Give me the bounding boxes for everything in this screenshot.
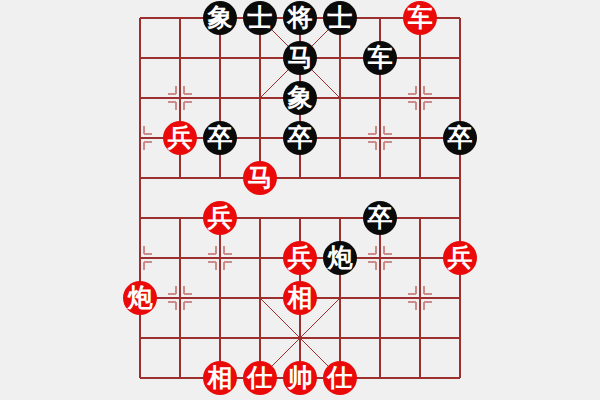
board-cell[interactable] <box>400 158 440 198</box>
board-cell[interactable]: 将 <box>280 0 320 38</box>
board-grid: 象士将士车马车象兵卒卒卒马兵卒兵炮兵炮相相仕帅仕 <box>120 0 480 398</box>
piece-red-cannon[interactable]: 炮 <box>123 281 157 315</box>
board-cell[interactable] <box>240 318 280 358</box>
board-cell[interactable] <box>400 198 440 238</box>
board-cell[interactable] <box>200 278 240 318</box>
board-cell[interactable]: 仕 <box>240 358 280 398</box>
piece-red-soldier[interactable]: 兵 <box>203 201 237 235</box>
board-cell[interactable] <box>440 0 480 38</box>
piece-red-elephant[interactable]: 相 <box>283 281 317 315</box>
board-cell[interactable] <box>320 318 360 358</box>
board-cell[interactable] <box>320 158 360 198</box>
board-cell[interactable] <box>160 198 200 238</box>
board-cell[interactable] <box>160 238 200 278</box>
piece-black-soldier[interactable]: 卒 <box>203 121 237 155</box>
board-cell[interactable]: 车 <box>400 0 440 38</box>
piece-red-soldier[interactable]: 兵 <box>283 241 317 275</box>
board-cell[interactable]: 卒 <box>280 118 320 158</box>
board-cell[interactable] <box>400 318 440 358</box>
board-cell[interactable] <box>400 238 440 278</box>
board-cell[interactable]: 马 <box>240 158 280 198</box>
board-cell[interactable] <box>240 278 280 318</box>
board-cell[interactable] <box>400 38 440 78</box>
xiangqi-board: 象士将士车马车象兵卒卒卒马兵卒兵炮兵炮相相仕帅仕 <box>0 0 600 400</box>
board-cell[interactable] <box>240 78 280 118</box>
board-cell[interactable]: 卒 <box>360 198 400 238</box>
board-cell[interactable]: 象 <box>280 78 320 118</box>
piece-black-soldier[interactable]: 卒 <box>363 201 397 235</box>
piece-red-soldier[interactable]: 兵 <box>443 241 477 275</box>
piece-red-advisor[interactable]: 仕 <box>323 361 357 395</box>
board-cell[interactable] <box>440 318 480 358</box>
board-cell[interactable]: 兵 <box>200 198 240 238</box>
board-cell[interactable] <box>160 358 200 398</box>
board-cell[interactable]: 士 <box>320 0 360 38</box>
board-cell[interactable] <box>360 0 400 38</box>
board-cell[interactable] <box>400 278 440 318</box>
board-cell[interactable] <box>160 158 200 198</box>
board-cell[interactable] <box>120 158 160 198</box>
piece-red-horse[interactable]: 马 <box>243 161 277 195</box>
board-cell[interactable] <box>400 118 440 158</box>
piece-black-horse[interactable]: 马 <box>283 41 317 75</box>
board-cell[interactable] <box>120 0 160 38</box>
piece-black-elephant[interactable]: 象 <box>283 81 317 115</box>
board-cell[interactable] <box>240 238 280 278</box>
piece-black-advisor[interactable]: 士 <box>243 1 277 35</box>
board-cell[interactable] <box>440 198 480 238</box>
board-cell[interactable] <box>400 358 440 398</box>
board-cell[interactable] <box>360 318 400 358</box>
board-cell[interactable] <box>280 198 320 238</box>
board-cell[interactable] <box>240 198 280 238</box>
board-cell[interactable] <box>280 158 320 198</box>
board-cell[interactable] <box>360 278 400 318</box>
piece-red-soldier[interactable]: 兵 <box>163 121 197 155</box>
board-cell[interactable] <box>280 318 320 358</box>
board-cell[interactable] <box>440 358 480 398</box>
board-cell[interactable] <box>440 278 480 318</box>
piece-black-soldier[interactable]: 卒 <box>443 121 477 155</box>
board-cell[interactable]: 兵 <box>440 238 480 278</box>
board-cell[interactable] <box>160 278 200 318</box>
board-cell[interactable]: 帅 <box>280 358 320 398</box>
board-cell[interactable]: 相 <box>280 278 320 318</box>
piece-black-advisor[interactable]: 士 <box>323 1 357 35</box>
board-cell[interactable] <box>360 118 400 158</box>
piece-black-chariot[interactable]: 车 <box>363 41 397 75</box>
board-cell[interactable]: 卒 <box>440 118 480 158</box>
board-cell[interactable] <box>160 0 200 38</box>
piece-black-soldier[interactable]: 卒 <box>283 121 317 155</box>
board-cell[interactable] <box>360 238 400 278</box>
piece-red-general[interactable]: 帅 <box>283 361 317 395</box>
board-cell[interactable] <box>200 158 240 198</box>
board-cell[interactable] <box>360 78 400 118</box>
board-cell[interactable] <box>200 238 240 278</box>
board-cell[interactable] <box>360 358 400 398</box>
board-cell[interactable] <box>200 78 240 118</box>
board-cell[interactable]: 兵 <box>160 118 200 158</box>
board-cell[interactable] <box>120 118 160 158</box>
piece-red-elephant[interactable]: 相 <box>203 361 237 395</box>
board-cell[interactable] <box>120 198 160 238</box>
piece-black-cannon[interactable]: 炮 <box>323 241 357 275</box>
board-cell[interactable]: 士 <box>240 0 280 38</box>
board-cell[interactable] <box>320 38 360 78</box>
board-cell[interactable]: 炮 <box>120 278 160 318</box>
board-cell[interactable] <box>160 78 200 118</box>
piece-black-general[interactable]: 将 <box>283 1 317 35</box>
board-cell[interactable]: 马 <box>280 38 320 78</box>
board-cell[interactable]: 仕 <box>320 358 360 398</box>
board-cell[interactable]: 车 <box>360 38 400 78</box>
board-cell[interactable]: 相 <box>200 358 240 398</box>
board-cell[interactable] <box>400 78 440 118</box>
board-cell[interactable] <box>320 278 360 318</box>
board-cell[interactable] <box>200 38 240 78</box>
board-cell[interactable] <box>320 118 360 158</box>
board-cell[interactable] <box>360 158 400 198</box>
board-cell[interactable] <box>120 38 160 78</box>
board-cell[interactable] <box>120 238 160 278</box>
board-cell[interactable] <box>200 318 240 358</box>
board-cell[interactable] <box>440 158 480 198</box>
board-cell[interactable]: 卒 <box>200 118 240 158</box>
board-cell[interactable] <box>120 358 160 398</box>
screen: 象士将士车马车象兵卒卒卒马兵卒兵炮兵炮相相仕帅仕 <box>0 0 600 400</box>
board-cell[interactable]: 兵 <box>280 238 320 278</box>
board-cell[interactable] <box>160 318 200 358</box>
board-cell[interactable] <box>320 198 360 238</box>
board-cell[interactable]: 炮 <box>320 238 360 278</box>
piece-red-chariot[interactable]: 车 <box>403 1 437 35</box>
board-cell[interactable] <box>240 38 280 78</box>
board-cell[interactable] <box>320 78 360 118</box>
board-cell[interactable] <box>120 78 160 118</box>
board-cell[interactable] <box>240 118 280 158</box>
board-cell[interactable]: 象 <box>200 0 240 38</box>
board-cell[interactable] <box>440 38 480 78</box>
board-cell[interactable] <box>440 78 480 118</box>
board-cell[interactable] <box>160 38 200 78</box>
piece-red-advisor[interactable]: 仕 <box>243 361 277 395</box>
board-cell[interactable] <box>120 318 160 358</box>
piece-black-elephant[interactable]: 象 <box>203 1 237 35</box>
